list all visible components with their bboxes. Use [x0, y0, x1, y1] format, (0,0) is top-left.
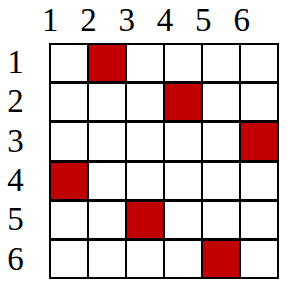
- grid-cell-r2c1[interactable]: [51, 84, 87, 120]
- grid-cell-r6c6[interactable]: [241, 241, 277, 277]
- grid-cell-r5c2[interactable]: [89, 202, 125, 238]
- row-label-5: 5: [7, 203, 24, 236]
- grid-cell-r5c3-filled[interactable]: [127, 202, 163, 238]
- grid-cell-r5c4[interactable]: [165, 202, 201, 238]
- grid-cell-r5c1[interactable]: [51, 202, 87, 238]
- grid-cell-r2c2[interactable]: [89, 84, 125, 120]
- row-labels: 1 2 3 4 5 6: [0, 43, 31, 279]
- grid-cell-r3c1[interactable]: [51, 123, 87, 159]
- grid-cell-r2c4-filled[interactable]: [165, 84, 201, 120]
- grid-cell-r3c4[interactable]: [165, 123, 201, 159]
- puzzle-page: 1 2 3 4 5 6 1 2 3 4 5 6: [0, 0, 287, 291]
- grid-cell-r3c6-filled[interactable]: [241, 123, 277, 159]
- column-label-2: 2: [80, 4, 97, 37]
- row-label-1: 1: [7, 46, 24, 79]
- column-label-5: 5: [195, 4, 212, 37]
- grid-cell-r6c4[interactable]: [165, 241, 201, 277]
- column-label-1: 1: [42, 4, 59, 37]
- grid-cell-r4c5[interactable]: [203, 163, 239, 199]
- grid-cell-r1c1[interactable]: [51, 45, 87, 81]
- grid-cell-r6c5-filled[interactable]: [203, 241, 239, 277]
- grid-cell-r3c2[interactable]: [89, 123, 125, 159]
- grid-cell-r4c4[interactable]: [165, 163, 201, 199]
- column-labels: 1 2 3 4 5 6: [31, 0, 261, 41]
- grid-cell-r2c6[interactable]: [241, 84, 277, 120]
- grid-cell-r5c6[interactable]: [241, 202, 277, 238]
- grid-cell-r1c4[interactable]: [165, 45, 201, 81]
- grid-cell-r1c6[interactable]: [241, 45, 277, 81]
- row-label-2: 2: [7, 85, 24, 118]
- grid-cell-r3c5[interactable]: [203, 123, 239, 159]
- grid-cell-r1c2-filled[interactable]: [89, 45, 125, 81]
- grid-cell-r4c3[interactable]: [127, 163, 163, 199]
- puzzle-grid: [49, 43, 279, 279]
- column-label-4: 4: [157, 4, 174, 37]
- column-label-3: 3: [118, 4, 135, 37]
- grid-cell-r4c6[interactable]: [241, 163, 277, 199]
- grid-cell-r6c2[interactable]: [89, 241, 125, 277]
- grid-cell-r1c5[interactable]: [203, 45, 239, 81]
- grid-cell-r3c3[interactable]: [127, 123, 163, 159]
- grid-cell-r6c1[interactable]: [51, 241, 87, 277]
- grid-cell-r2c5[interactable]: [203, 84, 239, 120]
- grid-cell-r5c5[interactable]: [203, 202, 239, 238]
- grid-cell-r4c2[interactable]: [89, 163, 125, 199]
- column-label-6: 6: [233, 4, 250, 37]
- grid-cell-r4c1-filled[interactable]: [51, 163, 87, 199]
- row-label-3: 3: [7, 125, 24, 158]
- row-label-4: 4: [7, 164, 24, 197]
- row-label-6: 6: [7, 243, 24, 276]
- grid-cell-r1c3[interactable]: [127, 45, 163, 81]
- grid-cell-r2c3[interactable]: [127, 84, 163, 120]
- grid-cell-r6c3[interactable]: [127, 241, 163, 277]
